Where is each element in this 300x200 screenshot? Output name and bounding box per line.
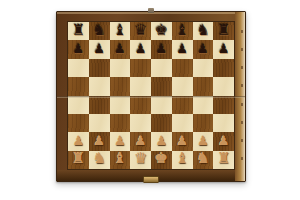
square-e1[interactable]: ♚ [151,151,172,169]
piece-white-pawn[interactable]: ♟ [135,134,147,147]
square-e2[interactable]: ♟ [151,132,172,150]
square-a3[interactable] [68,114,89,132]
piece-black-bishop[interactable]: ♝ [113,23,126,38]
piece-white-pawn[interactable]: ♟ [156,134,168,147]
square-g8[interactable]: ♞ [193,22,214,40]
piece-black-bishop[interactable]: ♝ [175,23,188,38]
piece-white-knight[interactable]: ♞ [92,151,105,166]
square-f6[interactable] [172,59,193,77]
frame-mark [241,66,243,69]
square-d4[interactable] [130,96,151,114]
piece-black-pawn[interactable]: ♟ [73,42,85,55]
square-g5[interactable] [193,77,214,95]
piece-white-rook[interactable]: ♜ [217,151,230,166]
piece-white-bishop[interactable]: ♝ [175,151,188,166]
square-b2[interactable]: ♟ [89,132,110,150]
square-g7[interactable]: ♟ [193,40,214,58]
piece-black-pawn[interactable]: ♟ [218,42,230,55]
clasp-icon [143,176,159,183]
square-e4[interactable] [151,96,172,114]
piece-white-knight[interactable]: ♞ [196,151,209,166]
piece-black-pawn[interactable]: ♟ [176,42,188,55]
square-h1[interactable]: ♜ [213,151,234,169]
piece-white-pawn[interactable]: ♟ [197,134,209,147]
square-b7[interactable]: ♟ [89,40,110,58]
square-h5[interactable] [213,77,234,95]
piece-black-pawn[interactable]: ♟ [156,42,168,55]
square-h8[interactable]: ♜ [213,22,234,40]
square-a4[interactable] [68,96,89,114]
piece-black-rook[interactable]: ♜ [72,23,85,38]
square-h7[interactable]: ♟ [213,40,234,58]
chess-board: ♜♞♝♛♚♝♞♜♟♟♟♟♟♟♟♟♟♟♟♟♟♟♟♟♜♞♝♛♚♝♞♜ [67,21,235,170]
square-c5[interactable] [110,77,131,95]
square-g1[interactable]: ♞ [193,151,214,169]
square-d1[interactable]: ♛ [130,151,151,169]
square-e7[interactable]: ♟ [151,40,172,58]
frame-rank-markings [240,22,243,168]
piece-black-knight[interactable]: ♞ [92,23,105,38]
square-a6[interactable] [68,59,89,77]
square-f1[interactable]: ♝ [172,151,193,169]
square-b3[interactable] [89,114,110,132]
square-h3[interactable] [213,114,234,132]
square-c6[interactable] [110,59,131,77]
frame-mark [241,139,243,142]
square-g2[interactable]: ♟ [193,132,214,150]
square-d8[interactable]: ♛ [130,22,151,40]
square-c2[interactable]: ♟ [110,132,131,150]
piece-white-rook[interactable]: ♜ [72,151,85,166]
square-f8[interactable]: ♝ [172,22,193,40]
frame-mark [241,30,243,33]
square-b1[interactable]: ♞ [89,151,110,169]
square-d2[interactable]: ♟ [130,132,151,150]
square-f3[interactable] [172,114,193,132]
square-d6[interactable] [130,59,151,77]
square-a1[interactable]: ♜ [68,151,89,169]
piece-white-bishop[interactable]: ♝ [113,151,126,166]
piece-black-knight[interactable]: ♞ [196,23,209,38]
piece-black-queen[interactable]: ♛ [134,23,147,38]
frame-mark [241,157,243,160]
square-e6[interactable] [151,59,172,77]
piece-white-pawn[interactable]: ♟ [93,134,105,147]
square-e3[interactable] [151,114,172,132]
piece-black-pawn[interactable]: ♟ [114,42,126,55]
piece-black-pawn[interactable]: ♟ [93,42,105,55]
frame-mark [241,48,243,51]
frame-mark [241,84,243,87]
piece-white-pawn[interactable]: ♟ [176,134,188,147]
square-g3[interactable] [193,114,214,132]
square-g4[interactable] [193,96,214,114]
square-e8[interactable]: ♚ [151,22,172,40]
square-a8[interactable]: ♜ [68,22,89,40]
square-h6[interactable] [213,59,234,77]
square-a5[interactable] [68,77,89,95]
piece-white-pawn[interactable]: ♟ [114,134,126,147]
square-b8[interactable]: ♞ [89,22,110,40]
piece-black-rook[interactable]: ♜ [217,23,230,38]
frame-mark [241,121,243,124]
square-d5[interactable] [130,77,151,95]
piece-white-pawn[interactable]: ♟ [218,134,230,147]
square-h4[interactable] [213,96,234,114]
square-e5[interactable] [151,77,172,95]
piece-white-queen[interactable]: ♛ [134,151,147,166]
square-d3[interactable] [130,114,151,132]
square-d7[interactable]: ♟ [130,40,151,58]
square-g6[interactable] [193,59,214,77]
square-c1[interactable]: ♝ [110,151,131,169]
piece-white-king[interactable]: ♚ [155,151,168,166]
square-f4[interactable] [172,96,193,114]
square-c7[interactable]: ♟ [110,40,131,58]
square-c3[interactable] [110,114,131,132]
square-f5[interactable] [172,77,193,95]
frame-mark [241,103,243,106]
square-b5[interactable] [89,77,110,95]
piece-black-pawn[interactable]: ♟ [135,42,147,55]
piece-black-king[interactable]: ♚ [155,23,168,38]
square-c4[interactable] [110,96,131,114]
square-h2[interactable]: ♟ [213,132,234,150]
square-b4[interactable] [89,96,110,114]
piece-white-pawn[interactable]: ♟ [73,134,85,147]
product-photo: ♜♞♝♛♚♝♞♜♟♟♟♟♟♟♟♟♟♟♟♟♟♟♟♟♜♞♝♛♚♝♞♜ [0,0,300,200]
square-f2[interactable]: ♟ [172,132,193,150]
square-a7[interactable]: ♟ [68,40,89,58]
piece-black-pawn[interactable]: ♟ [197,42,209,55]
square-c8[interactable]: ♝ [110,22,131,40]
square-f7[interactable]: ♟ [172,40,193,58]
square-a2[interactable]: ♟ [68,132,89,150]
hinge [148,8,154,13]
chess-box: ♜♞♝♛♚♝♞♜♟♟♟♟♟♟♟♟♟♟♟♟♟♟♟♟♜♞♝♛♚♝♞♜ [56,11,246,182]
square-b6[interactable] [89,59,110,77]
